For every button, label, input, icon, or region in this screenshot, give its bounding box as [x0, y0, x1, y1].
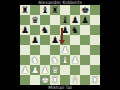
square-g6[interactable]	[80, 25, 90, 35]
square-d4[interactable]	[50, 45, 60, 55]
square-g4[interactable]	[80, 45, 90, 55]
square-b7[interactable]: ♛	[30, 15, 40, 25]
white-pawn-f3[interactable]: ♟	[70, 55, 80, 65]
square-g5[interactable]	[80, 35, 90, 45]
white-pawn-e4[interactable]: ♟	[60, 45, 70, 55]
square-d7[interactable]	[50, 15, 60, 25]
square-h8[interactable]	[90, 5, 100, 15]
square-e3[interactable]: ♝	[60, 55, 70, 65]
square-e8[interactable]	[60, 5, 70, 15]
black-king-g8[interactable]: ♚	[80, 5, 90, 15]
square-g7[interactable]: ♟	[80, 15, 90, 25]
square-f7[interactable]: ♟	[70, 15, 80, 25]
black-pawn-b5[interactable]: ♟	[30, 35, 40, 45]
square-g8[interactable]: ♚	[80, 5, 90, 15]
square-d6[interactable]	[50, 25, 60, 35]
white-knight-d3[interactable]: ♞	[50, 55, 60, 65]
square-h4[interactable]	[90, 45, 100, 55]
square-c4[interactable]	[40, 45, 50, 55]
chess-app-window: { "game": "chess", "players": { "top_bla…	[0, 0, 120, 90]
white-pawn-c2[interactable]: ♟	[40, 65, 50, 75]
square-c6[interactable]: ♞	[40, 25, 50, 35]
square-d2[interactable]: ♛	[50, 65, 60, 75]
square-f5[interactable]	[70, 35, 80, 45]
square-a5[interactable]	[20, 35, 30, 45]
black-pawn-f7[interactable]: ♟	[70, 15, 80, 25]
square-h7[interactable]	[90, 15, 100, 25]
square-f3[interactable]: ♟	[70, 55, 80, 65]
square-g3[interactable]	[80, 55, 90, 65]
square-b1[interactable]	[30, 75, 40, 85]
white-rook-h1[interactable]: ♜	[90, 75, 100, 85]
square-g2[interactable]	[80, 65, 90, 75]
square-f1[interactable]: ♝	[70, 75, 80, 85]
black-rook-a8[interactable]: ♜	[20, 5, 30, 15]
square-d3[interactable]: ♞	[50, 55, 60, 65]
white-knight-b3[interactable]: ♞	[30, 55, 40, 65]
analysis-arrow-shaft	[61, 28, 63, 40]
square-a3[interactable]	[20, 55, 30, 65]
black-knight-f6[interactable]: ♞	[70, 25, 80, 35]
square-c5[interactable]	[40, 35, 50, 45]
white-queen-d2[interactable]: ♛	[50, 65, 60, 75]
black-pawn-a6[interactable]: ♟	[20, 25, 30, 35]
square-a2[interactable]: ♟	[20, 65, 30, 75]
square-e2[interactable]	[60, 65, 70, 75]
square-f2[interactable]	[70, 65, 80, 75]
square-e4[interactable]: ♟	[60, 45, 70, 55]
square-f4[interactable]	[70, 45, 80, 55]
square-c1[interactable]: ♚	[40, 75, 50, 85]
black-bishop-e7[interactable]: ♝	[60, 15, 70, 25]
player-name-white: Mikhail Tal	[0, 85, 120, 90]
square-b2[interactable]: ♟	[30, 65, 40, 75]
square-f6[interactable]: ♞	[70, 25, 80, 35]
white-pawn-b2[interactable]: ♟	[30, 65, 40, 75]
square-a6[interactable]: ♟	[20, 25, 30, 35]
chess-board: ♜♝♜♚♛♝♟♟♟♞♟♞♟♟♟♞♞♝♟♟♟♟♛♚♜♝♜	[20, 5, 100, 85]
square-h5[interactable]	[90, 35, 100, 45]
square-b4[interactable]	[30, 45, 40, 55]
square-c2[interactable]: ♟	[40, 65, 50, 75]
black-pawn-g7[interactable]: ♟	[80, 15, 90, 25]
square-c7[interactable]	[40, 15, 50, 25]
square-b3[interactable]: ♞	[30, 55, 40, 65]
white-rook-d1[interactable]: ♜	[50, 75, 60, 85]
white-bishop-f1[interactable]: ♝	[70, 75, 80, 85]
square-h1[interactable]: ♜	[90, 75, 100, 85]
square-a8[interactable]: ♜	[20, 5, 30, 15]
black-bishop-c8[interactable]: ♝	[40, 5, 50, 15]
square-h2[interactable]	[90, 65, 100, 75]
square-c8[interactable]: ♝	[40, 5, 50, 15]
white-bishop-e3[interactable]: ♝	[60, 55, 70, 65]
square-a7[interactable]	[20, 15, 30, 25]
square-b5[interactable]: ♟	[30, 35, 40, 45]
white-king-c1[interactable]: ♚	[40, 75, 50, 85]
black-queen-b7[interactable]: ♛	[30, 15, 40, 25]
black-rook-d8[interactable]: ♜	[50, 5, 60, 15]
square-a1[interactable]	[20, 75, 30, 85]
square-h6[interactable]	[90, 25, 100, 35]
analysis-arrow-head	[59, 40, 65, 45]
square-b8[interactable]	[30, 5, 40, 15]
square-d1[interactable]: ♜	[50, 75, 60, 85]
square-b6[interactable]	[30, 25, 40, 35]
square-h3[interactable]	[90, 55, 100, 65]
square-e7[interactable]: ♝	[60, 15, 70, 25]
square-g1[interactable]	[80, 75, 90, 85]
white-pawn-a2[interactable]: ♟	[20, 65, 30, 75]
square-f8[interactable]	[70, 5, 80, 15]
square-a4[interactable]	[20, 45, 30, 55]
black-knight-c6[interactable]: ♞	[40, 25, 50, 35]
square-e1[interactable]	[60, 75, 70, 85]
square-d8[interactable]: ♜	[50, 5, 60, 15]
square-c3[interactable]	[40, 55, 50, 65]
